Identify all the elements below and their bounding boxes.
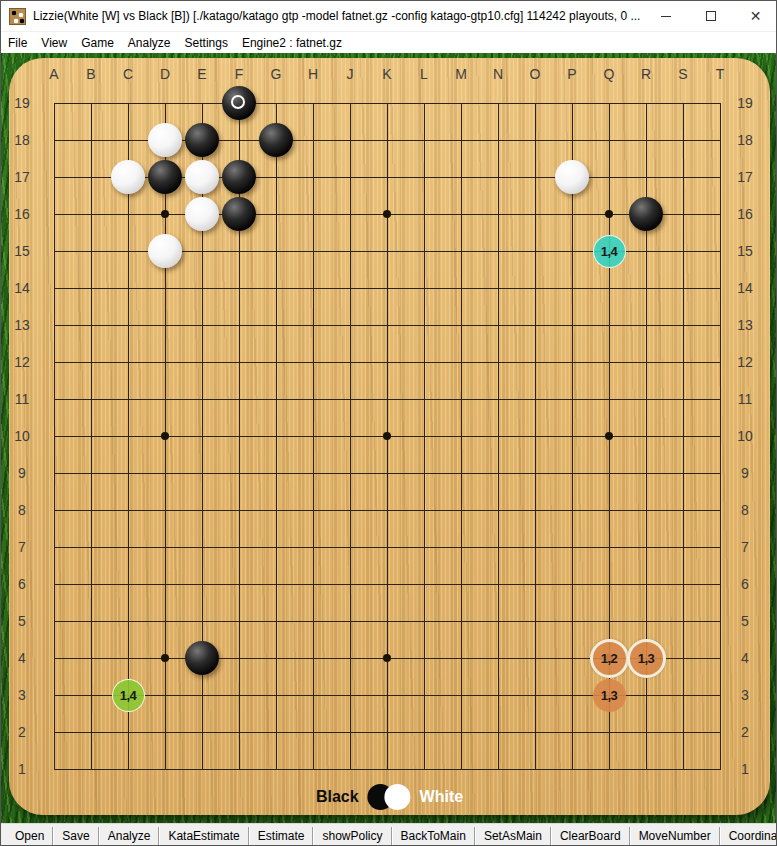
row-label-left-8: 8 xyxy=(11,501,33,519)
col-label-H: H xyxy=(302,65,324,83)
candidate-move-R4[interactable]: 1,3 xyxy=(627,639,666,678)
kataestimate-button[interactable]: KataEstimate xyxy=(161,827,246,845)
row-label-left-6: 6 xyxy=(11,575,33,593)
col-label-D: D xyxy=(154,65,176,83)
row-label-left-18: 18 xyxy=(11,131,33,149)
col-label-T: T xyxy=(709,65,731,83)
title-bar: Lizzie(White [W] vs Black [B]) [./katago… xyxy=(1,1,777,31)
col-label-P: P xyxy=(561,65,583,83)
save-button[interactable]: Save xyxy=(55,827,96,845)
window-title: Lizzie(White [W] vs Black [B]) [./katago… xyxy=(33,9,643,23)
turn-toggle[interactable]: Black White xyxy=(316,784,463,810)
bottom-toolbar: OpenSaveAnalyzeKataEstimateEstimateshowP… xyxy=(1,823,777,846)
toolbar-separator xyxy=(719,827,721,845)
black-turn-label: Black xyxy=(316,788,359,806)
black-stone-D17 xyxy=(148,160,182,194)
white-stone-D18 xyxy=(148,123,182,157)
close-button[interactable]: ✕ xyxy=(733,1,777,31)
row-label-left-12: 12 xyxy=(11,353,33,371)
goban[interactable]: ABCDEFGHJKLMNOPQRST191918181717161615151… xyxy=(9,58,770,815)
app-icon xyxy=(9,8,26,25)
toolbar-separator xyxy=(474,827,476,845)
row-label-left-7: 7 xyxy=(11,538,33,556)
menu-item-file[interactable]: File xyxy=(1,32,34,54)
main-area: ABCDEFGHJKLMNOPQRST191918181717161615151… xyxy=(1,53,777,823)
col-label-J: J xyxy=(339,65,361,83)
row-label-left-16: 16 xyxy=(11,205,33,223)
col-label-C: C xyxy=(117,65,139,83)
menu-item-engine2[interactable]: Engine2 : fatnet.gz xyxy=(235,32,349,54)
black-stone-F19 xyxy=(222,86,256,120)
toolbar-separator xyxy=(550,827,552,845)
row-label-left-15: 15 xyxy=(11,242,33,260)
col-label-Q: Q xyxy=(598,65,620,83)
turn-toggle-switch[interactable] xyxy=(368,784,411,810)
backtomain-button[interactable]: BackToMain xyxy=(394,827,473,845)
row-label-left-14: 14 xyxy=(11,279,33,297)
last-move-marker xyxy=(231,95,245,109)
toolbar-separator xyxy=(629,827,631,845)
showpolicy-button[interactable]: showPolicy xyxy=(315,827,389,845)
menu-item-game[interactable]: Game xyxy=(74,32,121,54)
candidate-move-Q4[interactable]: 1,2 xyxy=(590,639,629,678)
clearboard-button[interactable]: ClearBoard xyxy=(553,827,628,845)
col-label-M: M xyxy=(450,65,472,83)
col-label-B: B xyxy=(80,65,102,83)
row-label-left-10: 10 xyxy=(11,427,33,445)
estimate-button[interactable]: Estimate xyxy=(251,827,312,845)
maximize-button[interactable] xyxy=(688,1,733,31)
black-stone-E4 xyxy=(185,641,219,675)
movenumber-button[interactable]: MoveNumber xyxy=(632,827,718,845)
row-label-left-1: 1 xyxy=(11,760,33,778)
row-label-left-3: 3 xyxy=(11,686,33,704)
white-stone-C17 xyxy=(111,160,145,194)
row-label-left-4: 4 xyxy=(11,649,33,667)
col-label-R: R xyxy=(635,65,657,83)
black-stone-F17 xyxy=(222,160,256,194)
toolbar-separator xyxy=(248,827,250,845)
setasmain-button[interactable]: SetAsMain xyxy=(477,827,549,845)
col-label-O: O xyxy=(524,65,546,83)
stone-layer: 1,41,41,21,31,3 xyxy=(36,85,739,788)
maximize-icon xyxy=(706,11,716,21)
app-window: Lizzie(White [W] vs Black [B]) [./katago… xyxy=(0,0,777,846)
col-label-N: N xyxy=(487,65,509,83)
black-stone-G18 xyxy=(259,123,293,157)
toolbar-separator xyxy=(98,827,100,845)
toolbar-separator xyxy=(312,827,314,845)
white-stone-icon xyxy=(385,784,411,810)
col-label-E: E xyxy=(191,65,213,83)
white-turn-label: White xyxy=(420,788,464,806)
candidate-move-Q3[interactable]: 1,3 xyxy=(593,679,626,712)
black-stone-F16 xyxy=(222,197,256,231)
row-label-left-11: 11 xyxy=(11,390,33,408)
menu-item-analyze[interactable]: Analyze xyxy=(121,32,178,54)
toolbar-separator xyxy=(52,827,54,845)
close-icon: ✕ xyxy=(750,9,762,23)
analyze-button[interactable]: Analyze xyxy=(101,827,158,845)
row-label-left-17: 17 xyxy=(11,168,33,186)
white-stone-D15 xyxy=(148,234,182,268)
col-label-L: L xyxy=(413,65,435,83)
minimize-button[interactable] xyxy=(643,1,688,31)
white-stone-P17 xyxy=(555,160,589,194)
col-label-K: K xyxy=(376,65,398,83)
minimize-icon xyxy=(661,16,671,17)
row-label-left-9: 9 xyxy=(11,464,33,482)
white-stone-E17 xyxy=(185,160,219,194)
toolbar-separator xyxy=(391,827,393,845)
col-label-F: F xyxy=(228,65,250,83)
col-label-G: G xyxy=(265,65,287,83)
candidate-move-Q15[interactable]: 1,4 xyxy=(593,235,626,268)
black-stone-R16 xyxy=(629,197,663,231)
open-button[interactable]: Open xyxy=(8,827,51,845)
menu-item-settings[interactable]: Settings xyxy=(178,32,235,54)
white-stone-E16 xyxy=(185,197,219,231)
candidate-move-C3[interactable]: 1,4 xyxy=(112,679,145,712)
black-stone-E18 xyxy=(185,123,219,157)
menu-item-view[interactable]: View xyxy=(34,32,74,54)
row-label-left-2: 2 xyxy=(11,723,33,741)
col-label-S: S xyxy=(672,65,694,83)
col-label-A: A xyxy=(43,65,65,83)
toolbar-separator xyxy=(158,827,160,845)
coordinates-button[interactable]: Coordinates xyxy=(722,827,777,845)
row-label-left-19: 19 xyxy=(11,94,33,112)
menu-bar: FileViewGameAnalyzeSettingsEngine2 : fat… xyxy=(1,31,777,53)
row-label-left-5: 5 xyxy=(11,612,33,630)
row-label-left-13: 13 xyxy=(11,316,33,334)
